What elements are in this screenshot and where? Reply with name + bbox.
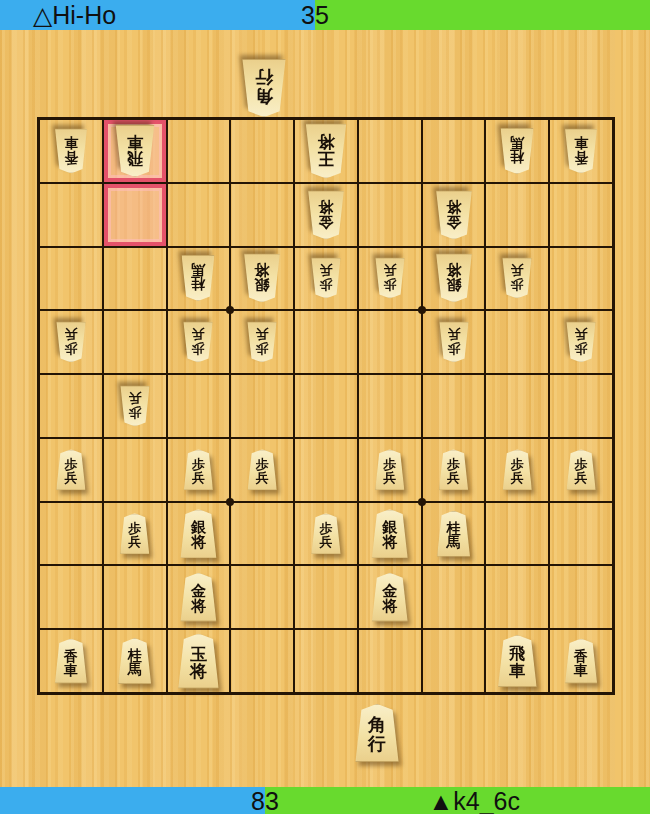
board-square[interactable] bbox=[230, 374, 294, 438]
board-square[interactable] bbox=[103, 310, 167, 374]
board-square[interactable] bbox=[485, 502, 549, 566]
board-square[interactable] bbox=[358, 374, 422, 438]
piece-sente-1i[interactable]: 香車 bbox=[564, 639, 598, 684]
board-square[interactable] bbox=[167, 183, 231, 247]
board-square[interactable] bbox=[549, 183, 613, 247]
piece-gote-2c[interactable]: 歩兵 bbox=[502, 258, 533, 299]
gote-clock: 35 bbox=[301, 3, 329, 28]
piece-sente-5g[interactable]: 歩兵 bbox=[311, 513, 342, 554]
board-square[interactable] bbox=[549, 565, 613, 629]
hand-piece-sente-hand0[interactable]: 角行 bbox=[354, 704, 400, 762]
board-square[interactable] bbox=[103, 247, 167, 311]
piece-sente-8g[interactable]: 歩兵 bbox=[119, 513, 150, 554]
piece-gote-5c[interactable]: 歩兵 bbox=[311, 258, 342, 299]
board-square[interactable] bbox=[103, 565, 167, 629]
piece-sente-3g[interactable]: 桂馬 bbox=[436, 511, 471, 557]
piece-sente-9f[interactable]: 歩兵 bbox=[55, 449, 86, 490]
piece-sente-7f[interactable]: 歩兵 bbox=[183, 449, 214, 490]
board-square[interactable] bbox=[358, 119, 422, 183]
board-square[interactable] bbox=[39, 374, 103, 438]
piece-sente-7i[interactable]: 玉将 bbox=[177, 634, 220, 689]
piece-sente-3f[interactable]: 歩兵 bbox=[438, 449, 469, 490]
hand-piece-gote-hand0[interactable]: 角行 bbox=[241, 59, 287, 117]
piece-sente-7g[interactable]: 銀将 bbox=[179, 509, 217, 558]
piece-sente-4g[interactable]: 銀将 bbox=[371, 509, 409, 558]
gote-player-label: △Hi-Ho bbox=[33, 3, 116, 28]
piece-gote-6c[interactable]: 銀将 bbox=[243, 254, 281, 303]
board-square[interactable] bbox=[294, 374, 358, 438]
piece-gote-7c[interactable]: 桂馬 bbox=[181, 255, 216, 301]
board-square[interactable] bbox=[294, 629, 358, 693]
piece-gote-1a[interactable]: 香車 bbox=[564, 128, 598, 173]
board-square[interactable] bbox=[358, 310, 422, 374]
piece-gote-9a[interactable]: 香車 bbox=[54, 128, 88, 173]
piece-sente-9i[interactable]: 香車 bbox=[54, 639, 88, 684]
board-square[interactable] bbox=[549, 502, 613, 566]
gote-clock-bar: △Hi-Ho 35 bbox=[0, 0, 650, 30]
piece-gote-5a[interactable]: 王将 bbox=[305, 123, 348, 178]
board-square[interactable] bbox=[39, 502, 103, 566]
board-square[interactable] bbox=[485, 310, 549, 374]
piece-gote-1d[interactable]: 歩兵 bbox=[566, 322, 597, 363]
piece-gote-8a[interactable]: 飛車 bbox=[114, 125, 155, 177]
board-square[interactable] bbox=[294, 310, 358, 374]
board-square[interactable] bbox=[103, 183, 167, 247]
piece-gote-9d[interactable]: 歩兵 bbox=[55, 322, 86, 363]
board-square[interactable] bbox=[103, 438, 167, 502]
board-square[interactable] bbox=[422, 374, 486, 438]
board-square[interactable] bbox=[230, 502, 294, 566]
piece-sente-2f[interactable]: 歩兵 bbox=[502, 449, 533, 490]
board-square[interactable] bbox=[230, 565, 294, 629]
board-square[interactable] bbox=[294, 438, 358, 502]
board-square[interactable] bbox=[230, 629, 294, 693]
board-square[interactable] bbox=[485, 565, 549, 629]
piece-sente-8i[interactable]: 桂馬 bbox=[117, 638, 152, 684]
board-square[interactable] bbox=[549, 374, 613, 438]
board-square[interactable] bbox=[294, 565, 358, 629]
sente-player-label: ▲k4_6c bbox=[429, 788, 520, 813]
board-square[interactable] bbox=[549, 247, 613, 311]
board-square[interactable] bbox=[39, 247, 103, 311]
board-square[interactable] bbox=[167, 119, 231, 183]
piece-gote-3c[interactable]: 銀将 bbox=[435, 254, 473, 303]
sente-clock: 83 bbox=[251, 788, 279, 813]
board-square[interactable] bbox=[422, 629, 486, 693]
board-square[interactable] bbox=[39, 565, 103, 629]
sente-time-gauge-blue bbox=[0, 787, 265, 814]
board-square[interactable] bbox=[485, 374, 549, 438]
piece-gote-6d[interactable]: 歩兵 bbox=[247, 322, 278, 363]
piece-sente-1f[interactable]: 歩兵 bbox=[566, 449, 597, 490]
piece-gote-3d[interactable]: 歩兵 bbox=[438, 322, 469, 363]
piece-gote-8e[interactable]: 歩兵 bbox=[119, 386, 150, 427]
piece-gote-2a[interactable]: 桂馬 bbox=[500, 128, 535, 174]
piece-sente-7h[interactable]: 金将 bbox=[179, 573, 217, 622]
sente-clock-bar: 83 ▲k4_6c bbox=[0, 787, 650, 814]
board-square[interactable] bbox=[230, 119, 294, 183]
board-square[interactable] bbox=[358, 629, 422, 693]
board-square[interactable] bbox=[422, 119, 486, 183]
board-square[interactable] bbox=[39, 183, 103, 247]
piece-gote-5b[interactable]: 金将 bbox=[307, 190, 345, 239]
board-square[interactable] bbox=[167, 374, 231, 438]
piece-sente-4h[interactable]: 金将 bbox=[371, 573, 409, 622]
piece-sente-4f[interactable]: 歩兵 bbox=[374, 449, 405, 490]
piece-sente-6f[interactable]: 歩兵 bbox=[247, 449, 278, 490]
piece-gote-3b[interactable]: 金将 bbox=[435, 190, 473, 239]
piece-sente-2i[interactable]: 飛車 bbox=[497, 635, 538, 687]
board-square[interactable] bbox=[485, 183, 549, 247]
board-square[interactable] bbox=[422, 565, 486, 629]
board-square[interactable] bbox=[358, 183, 422, 247]
piece-gote-7d[interactable]: 歩兵 bbox=[183, 322, 214, 363]
piece-gote-4c[interactable]: 歩兵 bbox=[374, 258, 405, 299]
board-square[interactable] bbox=[230, 183, 294, 247]
